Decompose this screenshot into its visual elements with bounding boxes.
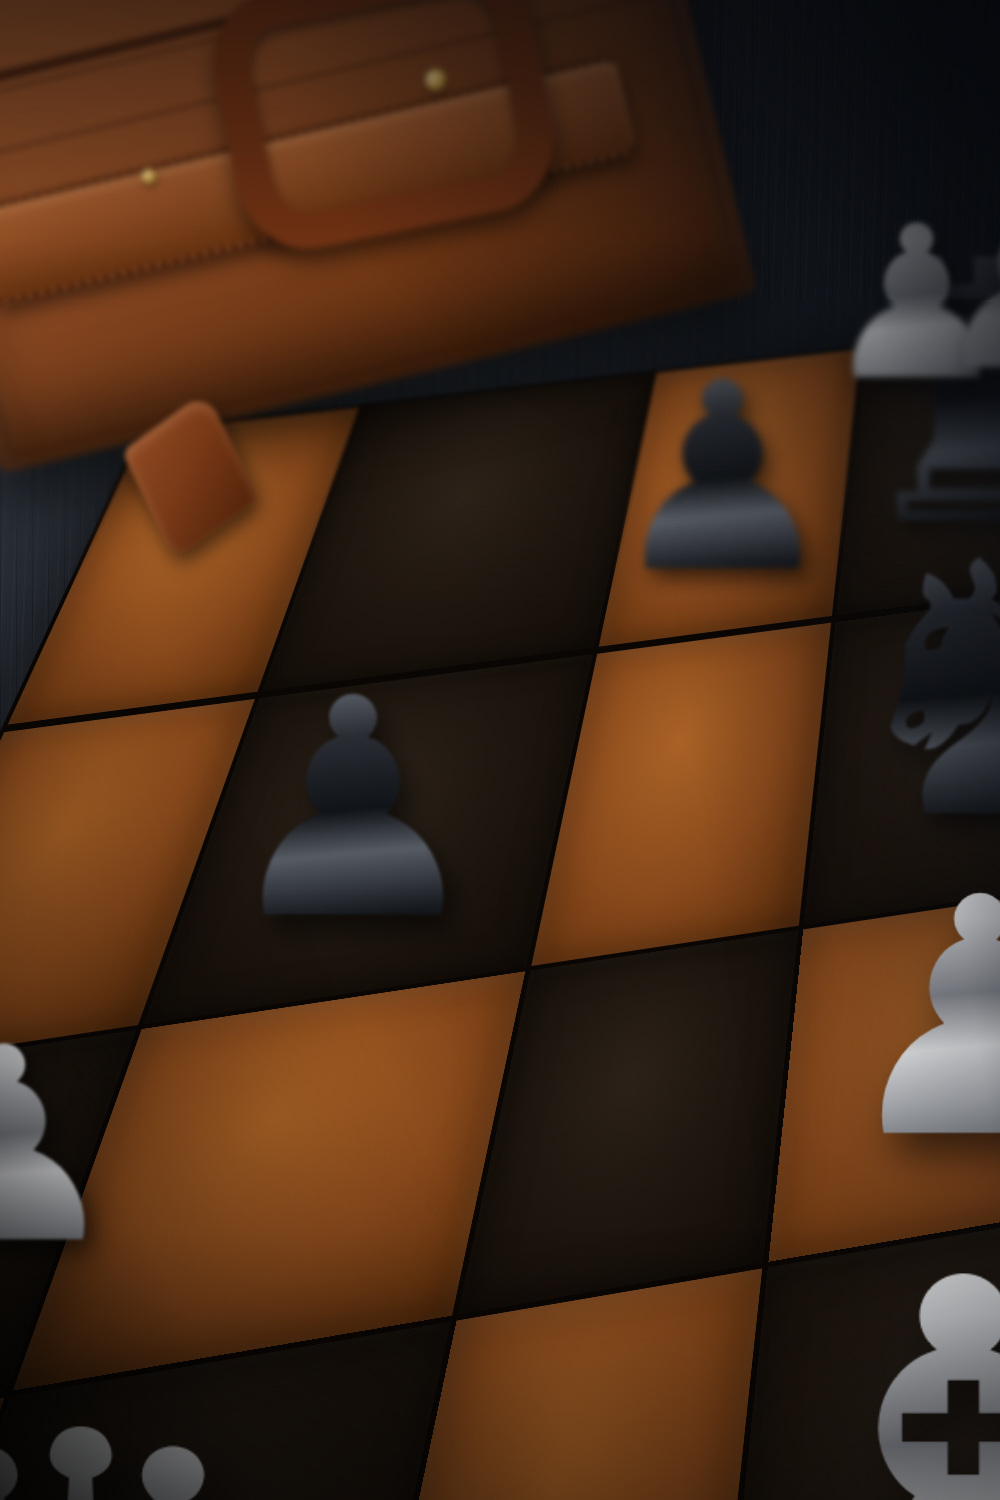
piece-black-knight-d6: ♞ [833,526,1000,859]
piece-white-pawn-d5: ♟ [833,862,1000,1174]
piece-white-partial-right-edge: ♟ [928,168,1000,404]
piece-black-pawn-b6: ♟ [217,666,487,953]
piece-white-partial-left-edge: ♟ [0,1012,124,1280]
square-d4: ♝ [705,1196,1000,1500]
piece-white-tip-bottom-edge: ♟ [786,1478,1000,1500]
square-b4: ♛ [0,1321,451,1500]
piece-black-pawn-c8: ♟ [606,355,839,602]
square-c6 [531,623,831,966]
piece-white-queen-b4: ♛ [0,1375,337,1500]
chess-photo-scene: ♟♜♝♟♞♟♟♟♟♟♛♝♟♟♟ ♟ ♟ ♟ ♟ [0,0,1000,1500]
